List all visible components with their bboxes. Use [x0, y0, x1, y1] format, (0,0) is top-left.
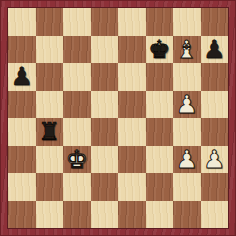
square-a1[interactable] [8, 201, 36, 229]
square-e1[interactable] [118, 201, 146, 229]
square-d2[interactable] [91, 173, 119, 201]
black-pawn[interactable]: ♟ [11, 63, 33, 90]
square-b6[interactable] [36, 63, 64, 91]
chess-board: ♚♝♟♟♟♜♚♟♟ [8, 8, 228, 228]
square-f4[interactable] [146, 118, 174, 146]
white-pawn[interactable]: ♟ [176, 91, 198, 118]
square-c3[interactable]: ♚ [63, 146, 91, 174]
square-g7[interactable]: ♝ [173, 36, 201, 64]
square-f5[interactable] [146, 91, 174, 119]
square-h8[interactable] [201, 8, 229, 36]
square-e6[interactable] [118, 63, 146, 91]
square-b2[interactable] [36, 173, 64, 201]
square-c5[interactable] [63, 91, 91, 119]
square-h1[interactable] [201, 201, 229, 229]
black-rook[interactable]: ♜ [38, 118, 60, 145]
square-d8[interactable] [91, 8, 119, 36]
square-e3[interactable] [118, 146, 146, 174]
square-f6[interactable] [146, 63, 174, 91]
square-f8[interactable] [146, 8, 174, 36]
square-a4[interactable] [8, 118, 36, 146]
board-frame: ♚♝♟♟♟♜♚♟♟ [0, 0, 236, 236]
square-f3[interactable] [146, 146, 174, 174]
white-king[interactable]: ♚ [66, 146, 88, 173]
square-d3[interactable] [91, 146, 119, 174]
square-c2[interactable] [63, 173, 91, 201]
square-f7[interactable]: ♚ [146, 36, 174, 64]
white-pawn[interactable]: ♟ [176, 146, 198, 173]
square-d7[interactable] [91, 36, 119, 64]
square-b5[interactable] [36, 91, 64, 119]
square-b1[interactable] [36, 201, 64, 229]
square-g3[interactable]: ♟ [173, 146, 201, 174]
square-b4[interactable]: ♜ [36, 118, 64, 146]
square-b8[interactable] [36, 8, 64, 36]
square-e7[interactable] [118, 36, 146, 64]
square-g2[interactable] [173, 173, 201, 201]
square-h7[interactable]: ♟ [201, 36, 229, 64]
square-f2[interactable] [146, 173, 174, 201]
square-h5[interactable] [201, 91, 229, 119]
square-g8[interactable] [173, 8, 201, 36]
square-e2[interactable] [118, 173, 146, 201]
square-g4[interactable] [173, 118, 201, 146]
square-g6[interactable] [173, 63, 201, 91]
square-c6[interactable] [63, 63, 91, 91]
black-pawn[interactable]: ♟ [203, 36, 225, 63]
square-a6[interactable]: ♟ [8, 63, 36, 91]
square-c8[interactable] [63, 8, 91, 36]
square-b7[interactable] [36, 36, 64, 64]
square-a3[interactable] [8, 146, 36, 174]
white-pawn[interactable]: ♟ [203, 146, 225, 173]
square-e4[interactable] [118, 118, 146, 146]
square-h4[interactable] [201, 118, 229, 146]
square-h2[interactable] [201, 173, 229, 201]
square-f1[interactable] [146, 201, 174, 229]
square-g1[interactable] [173, 201, 201, 229]
square-b3[interactable] [36, 146, 64, 174]
square-h3[interactable]: ♟ [201, 146, 229, 174]
white-bishop[interactable]: ♝ [176, 36, 198, 63]
square-c1[interactable] [63, 201, 91, 229]
square-a2[interactable] [8, 173, 36, 201]
square-c4[interactable] [63, 118, 91, 146]
square-g5[interactable]: ♟ [173, 91, 201, 119]
square-a8[interactable] [8, 8, 36, 36]
square-d1[interactable] [91, 201, 119, 229]
black-king[interactable]: ♚ [148, 36, 170, 63]
square-d5[interactable] [91, 91, 119, 119]
square-e8[interactable] [118, 8, 146, 36]
square-d6[interactable] [91, 63, 119, 91]
square-h6[interactable] [201, 63, 229, 91]
square-c7[interactable] [63, 36, 91, 64]
square-d4[interactable] [91, 118, 119, 146]
square-a7[interactable] [8, 36, 36, 64]
square-e5[interactable] [118, 91, 146, 119]
square-a5[interactable] [8, 91, 36, 119]
